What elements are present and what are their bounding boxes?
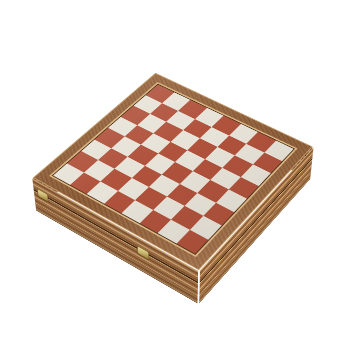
board-square bbox=[149, 174, 180, 196]
board-square bbox=[185, 193, 216, 216]
product-photo-scene bbox=[0, 0, 350, 350]
board-square bbox=[167, 183, 198, 205]
board-square bbox=[158, 219, 190, 243]
board-square bbox=[53, 163, 84, 185]
board-square bbox=[180, 171, 211, 193]
board-square bbox=[171, 206, 203, 229]
board-square bbox=[210, 168, 240, 190]
board-square bbox=[190, 216, 222, 240]
board-square bbox=[153, 196, 184, 219]
chess-case bbox=[33, 73, 313, 270]
board-square bbox=[70, 172, 101, 194]
board-square bbox=[87, 181, 118, 203]
board-square bbox=[203, 202, 234, 225]
board-square bbox=[198, 180, 229, 202]
board-square bbox=[139, 210, 171, 234]
board-square bbox=[162, 162, 192, 183]
board-square bbox=[118, 178, 149, 200]
board-square bbox=[228, 177, 259, 199]
board-square bbox=[176, 229, 208, 254]
board-square bbox=[241, 164, 271, 186]
brass-clasp-left-icon bbox=[37, 188, 49, 202]
brass-clasp-front-icon bbox=[137, 245, 149, 260]
board-square bbox=[132, 165, 163, 187]
board-square bbox=[135, 187, 166, 210]
board-square bbox=[104, 190, 135, 213]
board-square bbox=[101, 169, 132, 191]
board-square bbox=[216, 189, 247, 212]
board-square bbox=[121, 200, 153, 223]
board-square bbox=[84, 160, 115, 181]
